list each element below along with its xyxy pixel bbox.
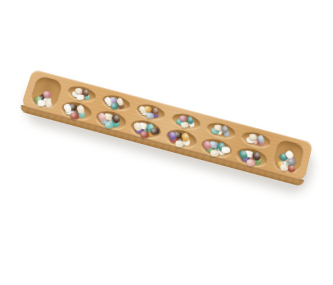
stone [211,150,220,157]
stone [181,122,189,128]
stone [76,95,84,101]
stone [280,164,288,171]
stone [140,131,149,138]
stone [44,99,54,109]
stone [105,122,114,129]
stone [175,140,184,147]
stone [288,158,297,166]
stone [150,127,160,135]
stone [37,100,45,107]
stone [246,159,255,166]
stone [146,113,154,119]
product-photo-scene [0,0,333,285]
stone [111,104,119,110]
store-right[interactable] [272,139,305,175]
stone [221,146,231,154]
stone [70,112,79,119]
